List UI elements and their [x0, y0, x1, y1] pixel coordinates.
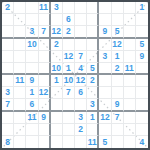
cell-r1c1[interactable]: [14, 14, 26, 26]
cell-r3c8[interactable]: [99, 39, 111, 51]
cell-r5c2[interactable]: [26, 63, 38, 75]
cell-r4c0[interactable]: [2, 51, 14, 63]
cell-r10c11[interactable]: [136, 124, 148, 136]
cell-r6c10[interactable]: [124, 75, 136, 87]
cell-r0c10[interactable]: [124, 2, 136, 14]
cell-r1c6[interactable]: [75, 14, 87, 26]
cell-r7c11[interactable]: [136, 87, 148, 99]
cell-r6c3[interactable]: [39, 75, 51, 87]
cell-r9c6[interactable]: 3: [75, 112, 87, 124]
cell-r8c7[interactable]: 3: [87, 99, 99, 111]
cell-r10c6[interactable]: 2: [75, 124, 87, 136]
cell-r11c5[interactable]: [63, 136, 75, 148]
cell-r3c9[interactable]: 12: [112, 39, 124, 51]
cell-r7c9[interactable]: [112, 87, 124, 99]
cell-r2c3[interactable]: 7: [39, 26, 51, 38]
cell-r3c11[interactable]: 5: [136, 39, 148, 51]
cell-r2c0[interactable]: [2, 26, 14, 38]
cell-r0c0[interactable]: 2: [2, 2, 14, 14]
cell-r11c9[interactable]: [112, 136, 124, 148]
cell-r3c5[interactable]: [63, 39, 75, 51]
cell-r6c6[interactable]: 12: [75, 75, 87, 87]
cell-r2c11[interactable]: [136, 26, 148, 38]
cell-r11c11[interactable]: 4: [136, 136, 148, 148]
cell-r5c3[interactable]: [39, 63, 51, 75]
cell-r11c4[interactable]: [51, 136, 63, 148]
cell-r8c4[interactable]: [51, 99, 63, 111]
cell-r11c0[interactable]: 8: [2, 136, 14, 148]
cell-r4c2[interactable]: [26, 51, 38, 63]
cell-r7c0[interactable]: 3: [2, 87, 14, 99]
cell-r8c9[interactable]: 9: [112, 99, 124, 111]
cell-r9c2[interactable]: 11: [26, 112, 38, 124]
cell-r10c3[interactable]: [39, 124, 51, 136]
cell-r2c8[interactable]: 9: [99, 26, 111, 38]
cell-r3c2[interactable]: 10: [26, 39, 38, 51]
cell-r1c7[interactable]: [87, 14, 99, 26]
cell-r8c2[interactable]: 6: [26, 99, 38, 111]
cell-r7c7[interactable]: [87, 87, 99, 99]
sudoku-grid: 2113163712295102125127319101452111191101…: [2, 2, 148, 148]
sudoku-board: 2113163712295102125127319101452111191101…: [0, 0, 150, 150]
cell-r4c3[interactable]: [39, 51, 51, 63]
cell-r4c4[interactable]: [51, 51, 63, 63]
cell-r6c4[interactable]: 1: [51, 75, 63, 87]
cell-r8c5[interactable]: [63, 99, 75, 111]
cell-r10c5[interactable]: [63, 124, 75, 136]
cell-r3c10[interactable]: [124, 39, 136, 51]
cell-r11c10[interactable]: [124, 136, 136, 148]
cell-r5c5[interactable]: 1: [63, 63, 75, 75]
cell-r9c0[interactable]: [2, 112, 14, 124]
cell-r8c3[interactable]: [39, 99, 51, 111]
cell-r4c9[interactable]: 1: [112, 51, 124, 63]
cell-r6c8[interactable]: [99, 75, 111, 87]
cell-r3c4[interactable]: 2: [51, 39, 63, 51]
cell-r0c6[interactable]: [75, 2, 87, 14]
cell-r2c2[interactable]: 3: [26, 26, 38, 38]
cell-r10c2[interactable]: [26, 124, 38, 136]
cell-r5c7[interactable]: 5: [87, 63, 99, 75]
cell-r7c2[interactable]: 1: [26, 87, 38, 99]
cell-r6c5[interactable]: 10: [63, 75, 75, 87]
cell-r8c10[interactable]: [124, 99, 136, 111]
cell-r8c1[interactable]: [14, 99, 26, 111]
cell-r3c7[interactable]: [87, 39, 99, 51]
cell-r5c10[interactable]: 11: [124, 63, 136, 75]
cell-r6c11[interactable]: [136, 75, 148, 87]
cell-r7c6[interactable]: 6: [75, 87, 87, 99]
cell-r5c9[interactable]: 2: [112, 63, 124, 75]
cell-r7c3[interactable]: 12: [39, 87, 51, 99]
cell-r10c1[interactable]: [14, 124, 26, 136]
cell-r9c8[interactable]: 12: [99, 112, 111, 124]
cell-r10c0[interactable]: [2, 124, 14, 136]
cell-r5c11[interactable]: [136, 63, 148, 75]
cell-r2c1[interactable]: [14, 26, 26, 38]
cell-r5c8[interactable]: [99, 63, 111, 75]
cell-r0c9[interactable]: [112, 2, 124, 14]
cell-r7c5[interactable]: 7: [63, 87, 75, 99]
cell-r2c4[interactable]: 12: [51, 26, 63, 38]
cell-r8c0[interactable]: 7: [2, 99, 14, 111]
cell-r4c8[interactable]: 3: [99, 51, 111, 63]
cell-r3c6[interactable]: [75, 39, 87, 51]
cell-r11c3[interactable]: [39, 136, 51, 148]
cell-r2c9[interactable]: 5: [112, 26, 124, 38]
cell-r9c10[interactable]: [124, 112, 136, 124]
cell-r9c11[interactable]: [136, 112, 148, 124]
cell-r1c0[interactable]: [2, 14, 14, 26]
cell-r2c7[interactable]: [87, 26, 99, 38]
cell-r10c10[interactable]: [124, 124, 136, 136]
cell-r3c3[interactable]: [39, 39, 51, 51]
cell-r4c10[interactable]: [124, 51, 136, 63]
cell-r5c6[interactable]: 4: [75, 63, 87, 75]
cell-r1c10[interactable]: [124, 14, 136, 26]
cell-r10c4[interactable]: [51, 124, 63, 136]
cell-r0c5[interactable]: [63, 2, 75, 14]
cell-r11c1[interactable]: [14, 136, 26, 148]
cell-r9c3[interactable]: 9: [39, 112, 51, 124]
cell-r7c1[interactable]: [14, 87, 26, 99]
cell-r0c11[interactable]: 1: [136, 2, 148, 14]
cell-r4c1[interactable]: [14, 51, 26, 63]
cell-r4c6[interactable]: 7: [75, 51, 87, 63]
cell-r11c6[interactable]: [75, 136, 87, 148]
cell-r9c9[interactable]: 7: [112, 112, 124, 124]
cell-r9c1[interactable]: [14, 112, 26, 124]
cell-r1c2[interactable]: [26, 14, 38, 26]
cell-r6c1[interactable]: 11: [14, 75, 26, 87]
cell-r2c6[interactable]: [75, 26, 87, 38]
cell-r0c4[interactable]: 3: [51, 2, 63, 14]
cell-r6c9[interactable]: [112, 75, 124, 87]
cell-r5c0[interactable]: [2, 63, 14, 75]
cell-r3c1[interactable]: [14, 39, 26, 51]
cell-r2c10[interactable]: [124, 26, 136, 38]
cell-r7c10[interactable]: [124, 87, 136, 99]
cell-r2c5[interactable]: 2: [63, 26, 75, 38]
cell-r0c3[interactable]: 11: [39, 2, 51, 14]
cell-r4c7[interactable]: [87, 51, 99, 63]
cell-r5c1[interactable]: [14, 63, 26, 75]
cell-r0c7[interactable]: [87, 2, 99, 14]
cell-r0c8[interactable]: [99, 2, 111, 14]
cell-r4c11[interactable]: 9: [136, 51, 148, 63]
cell-r1c8[interactable]: [99, 14, 111, 26]
cell-r1c11[interactable]: [136, 14, 148, 26]
cell-r1c5[interactable]: 6: [63, 14, 75, 26]
cell-r10c7[interactable]: [87, 124, 99, 136]
cell-r8c8[interactable]: [99, 99, 111, 111]
cell-r7c8[interactable]: [99, 87, 111, 99]
cell-r8c11[interactable]: [136, 99, 148, 111]
cell-r5c4[interactable]: 10: [51, 63, 63, 75]
cell-r1c4[interactable]: [51, 14, 63, 26]
cell-r1c9[interactable]: [112, 14, 124, 26]
cell-r11c2[interactable]: [26, 136, 38, 148]
cell-r11c8[interactable]: 5: [99, 136, 111, 148]
cell-r8c6[interactable]: [75, 99, 87, 111]
cell-r1c3[interactable]: [39, 14, 51, 26]
cell-r10c9[interactable]: [112, 124, 124, 136]
cell-r6c7[interactable]: 2: [87, 75, 99, 87]
cell-r0c2[interactable]: [26, 2, 38, 14]
cell-r4c5[interactable]: 12: [63, 51, 75, 63]
cell-r6c2[interactable]: 9: [26, 75, 38, 87]
cell-r11c7[interactable]: 11: [87, 136, 99, 148]
cell-r9c7[interactable]: 1: [87, 112, 99, 124]
cell-r9c5[interactable]: [63, 112, 75, 124]
cell-r6c0[interactable]: [2, 75, 14, 87]
cell-r9c4[interactable]: [51, 112, 63, 124]
cell-r0c1[interactable]: [14, 2, 26, 14]
cell-r3c0[interactable]: [2, 39, 14, 51]
cell-r7c4[interactable]: [51, 87, 63, 99]
cell-r10c8[interactable]: [99, 124, 111, 136]
